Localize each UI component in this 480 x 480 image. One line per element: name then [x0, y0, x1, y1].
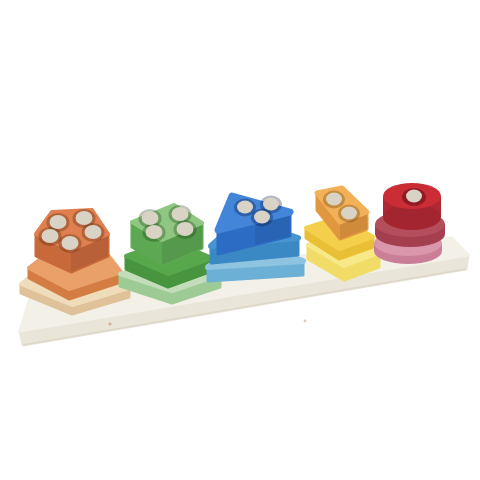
- peg: [42, 229, 59, 243]
- peg: [76, 211, 93, 225]
- tier-top: [383, 183, 441, 230]
- peg: [177, 222, 194, 236]
- peg: [50, 215, 67, 229]
- peg: [146, 225, 163, 239]
- peg: [237, 201, 253, 214]
- peg: [326, 193, 342, 206]
- peg: [341, 207, 357, 220]
- peg: [254, 211, 270, 224]
- peg: [406, 190, 422, 203]
- wood-knot: [108, 322, 111, 325]
- peg: [172, 207, 189, 221]
- product-photo: [0, 0, 480, 480]
- peg: [142, 211, 159, 225]
- peg: [85, 225, 102, 239]
- pegs: [402, 188, 426, 206]
- toy-scene: [0, 0, 480, 480]
- peg: [263, 198, 279, 211]
- stack-circle-red: [374, 183, 445, 264]
- wood-knot: [304, 320, 307, 323]
- peg: [62, 236, 79, 250]
